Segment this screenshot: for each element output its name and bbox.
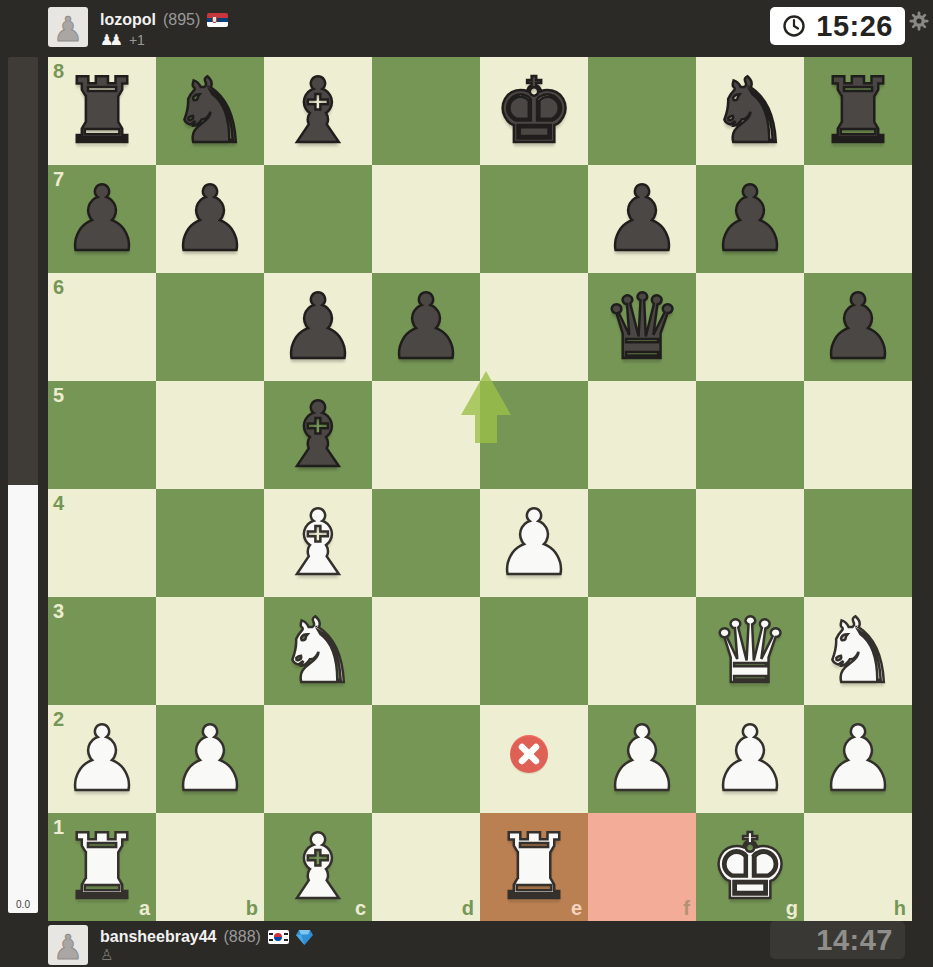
- captured-pawns-icon: ♟♟: [100, 31, 123, 49]
- square-c1[interactable]: c♝: [264, 813, 372, 921]
- square-g5[interactable]: [696, 381, 804, 489]
- black-pawn[interactable]: ♟: [804, 273, 912, 381]
- square-c4[interactable]: ♝: [264, 489, 372, 597]
- rank-label-5: 5: [53, 385, 64, 405]
- black-pawn[interactable]: ♟: [696, 165, 804, 273]
- square-d8[interactable]: [372, 57, 480, 165]
- bottom-player-name[interactable]: bansheebray44: [100, 928, 217, 946]
- evaluation-bar[interactable]: 0.0: [8, 57, 38, 913]
- square-e1[interactable]: e♜: [480, 813, 588, 921]
- square-d3[interactable]: [372, 597, 480, 705]
- white-pawn[interactable]: ♟: [48, 705, 156, 813]
- top-player-info: lozopol (895): [100, 10, 228, 30]
- top-player-clock: 15:26: [770, 7, 905, 45]
- square-d1[interactable]: d: [372, 813, 480, 921]
- black-pawn[interactable]: ♟: [48, 165, 156, 273]
- square-d2[interactable]: [372, 705, 480, 813]
- square-b5[interactable]: [156, 381, 264, 489]
- eval-black-portion: [8, 57, 38, 485]
- square-b2[interactable]: ♟: [156, 705, 264, 813]
- square-h1[interactable]: h: [804, 813, 912, 921]
- square-c5[interactable]: ♝: [264, 381, 372, 489]
- black-king[interactable]: ♚: [480, 57, 588, 165]
- bottom-player-avatar[interactable]: ♟: [48, 925, 88, 965]
- settings-gear-icon[interactable]: [908, 10, 930, 32]
- square-a3[interactable]: 3: [48, 597, 156, 705]
- square-a7[interactable]: 7♟: [48, 165, 156, 273]
- square-h8[interactable]: ♜: [804, 57, 912, 165]
- square-b8[interactable]: ♞: [156, 57, 264, 165]
- square-g2[interactable]: ♟: [696, 705, 804, 813]
- square-e6[interactable]: [480, 273, 588, 381]
- square-e5[interactable]: [480, 381, 588, 489]
- white-pawn[interactable]: ♟: [156, 705, 264, 813]
- black-rook[interactable]: ♜: [804, 57, 912, 165]
- square-e8[interactable]: ♚: [480, 57, 588, 165]
- black-knight[interactable]: ♞: [696, 57, 804, 165]
- square-f2[interactable]: ♟: [588, 705, 696, 813]
- illegal-move-x-icon: [509, 734, 549, 774]
- clock-icon: [782, 14, 806, 38]
- white-bishop[interactable]: ♝: [264, 813, 372, 921]
- square-g3[interactable]: ♛: [696, 597, 804, 705]
- black-pawn[interactable]: ♟: [588, 165, 696, 273]
- square-b3[interactable]: [156, 597, 264, 705]
- square-a5[interactable]: 5: [48, 381, 156, 489]
- square-b4[interactable]: [156, 489, 264, 597]
- file-label-d: d: [462, 898, 474, 918]
- white-pawn[interactable]: ♟: [804, 705, 912, 813]
- chess-board[interactable]: 8♜♞♝♚♞♜7♟♟♟♟6♟♟♛♟5♝4♝♟3♞♛♞2♟♟♟♟♟1a♜bc♝de…: [48, 57, 912, 921]
- bottom-player-captured: ♙: [100, 946, 117, 964]
- black-rook[interactable]: ♜: [48, 57, 156, 165]
- material-advantage: +1: [129, 32, 145, 48]
- square-a6[interactable]: 6: [48, 273, 156, 381]
- square-h4[interactable]: [804, 489, 912, 597]
- square-g6[interactable]: [696, 273, 804, 381]
- square-c2[interactable]: [264, 705, 372, 813]
- square-f5[interactable]: [588, 381, 696, 489]
- top-player-avatar[interactable]: ♟: [48, 7, 88, 47]
- white-rook[interactable]: ♜: [480, 813, 588, 921]
- avatar-pawn-icon: ♟: [53, 929, 83, 965]
- square-c8[interactable]: ♝: [264, 57, 372, 165]
- file-label-b: b: [246, 898, 258, 918]
- black-bishop[interactable]: ♝: [264, 381, 372, 489]
- black-knight[interactable]: ♞: [156, 57, 264, 165]
- file-label-f: f: [683, 898, 690, 918]
- square-d4[interactable]: [372, 489, 480, 597]
- bottom-clock-time: 14:47: [816, 924, 893, 957]
- square-h3[interactable]: ♞: [804, 597, 912, 705]
- top-clock-time: 15:26: [816, 10, 893, 43]
- top-player-name[interactable]: lozopol: [100, 11, 156, 29]
- rank-label-4: 4: [53, 493, 64, 513]
- square-h7[interactable]: [804, 165, 912, 273]
- white-knight[interactable]: ♞: [264, 597, 372, 705]
- eval-score: 0.0: [8, 899, 38, 910]
- serbia-flag-icon: [207, 13, 228, 27]
- avatar-pawn-icon: ♟: [53, 11, 83, 47]
- square-h2[interactable]: ♟: [804, 705, 912, 813]
- square-f3[interactable]: [588, 597, 696, 705]
- square-a1[interactable]: 1a♜: [48, 813, 156, 921]
- square-a4[interactable]: 4: [48, 489, 156, 597]
- square-d7[interactable]: [372, 165, 480, 273]
- square-e4[interactable]: ♟: [480, 489, 588, 597]
- black-queen[interactable]: ♛: [588, 273, 696, 381]
- square-a8[interactable]: 8♜: [48, 57, 156, 165]
- rank-label-6: 6: [53, 277, 64, 297]
- square-c3[interactable]: ♞: [264, 597, 372, 705]
- captured-pawn-icon: ♙: [100, 946, 117, 964]
- square-d6[interactable]: ♟: [372, 273, 480, 381]
- black-pawn[interactable]: ♟: [156, 165, 264, 273]
- file-label-h: h: [894, 898, 906, 918]
- square-b6[interactable]: [156, 273, 264, 381]
- eval-white-portion: 0.0: [8, 485, 38, 913]
- square-h6[interactable]: ♟: [804, 273, 912, 381]
- square-g8[interactable]: ♞: [696, 57, 804, 165]
- white-bishop[interactable]: ♝: [264, 489, 372, 597]
- white-queen[interactable]: ♛: [696, 597, 804, 705]
- bottom-player-info: bansheebray44 (888): [100, 927, 313, 947]
- square-f1[interactable]: f: [588, 813, 696, 921]
- white-pawn[interactable]: ♟: [588, 705, 696, 813]
- square-c6[interactable]: ♟: [264, 273, 372, 381]
- white-rook[interactable]: ♜: [48, 813, 156, 921]
- square-a2[interactable]: 2♟: [48, 705, 156, 813]
- bottom-player-clock: 14:47: [770, 921, 905, 959]
- black-bishop[interactable]: ♝: [264, 57, 372, 165]
- top-player-captured: ♟♟ +1: [100, 31, 145, 49]
- square-h5[interactable]: [804, 381, 912, 489]
- square-f6[interactable]: ♛: [588, 273, 696, 381]
- white-king[interactable]: ♚: [696, 813, 804, 921]
- square-f7[interactable]: ♟: [588, 165, 696, 273]
- square-f4[interactable]: [588, 489, 696, 597]
- black-pawn[interactable]: ♟: [372, 273, 480, 381]
- top-player-rating: (895): [163, 11, 200, 29]
- black-pawn[interactable]: ♟: [264, 273, 372, 381]
- square-e7[interactable]: [480, 165, 588, 273]
- square-b7[interactable]: ♟: [156, 165, 264, 273]
- chess-app: ♟ lozopol (895) ♟♟ +1 15:26 0.0: [0, 0, 933, 967]
- bottom-player-rating: (888): [224, 928, 261, 946]
- square-f8[interactable]: [588, 57, 696, 165]
- square-g4[interactable]: [696, 489, 804, 597]
- square-b1[interactable]: b: [156, 813, 264, 921]
- square-c7[interactable]: [264, 165, 372, 273]
- white-pawn[interactable]: ♟: [480, 489, 588, 597]
- south-korea-flag-icon: [268, 930, 289, 944]
- diamond-premium-icon: [296, 930, 313, 945]
- white-knight[interactable]: ♞: [804, 597, 912, 705]
- square-g7[interactable]: ♟: [696, 165, 804, 273]
- square-e3[interactable]: [480, 597, 588, 705]
- white-pawn[interactable]: ♟: [696, 705, 804, 813]
- square-g1[interactable]: g♚: [696, 813, 804, 921]
- square-d5[interactable]: [372, 381, 480, 489]
- rank-label-3: 3: [53, 601, 64, 621]
